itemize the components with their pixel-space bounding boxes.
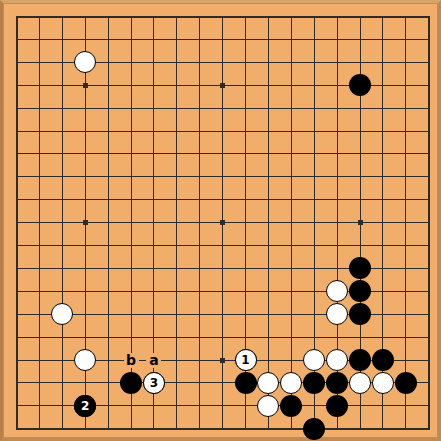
grid-line-vertical xyxy=(268,16,269,430)
white-stone xyxy=(303,349,325,371)
black-stone xyxy=(349,303,371,325)
white-stone xyxy=(74,51,96,73)
star-point xyxy=(83,83,88,88)
black-stone xyxy=(303,418,325,440)
star-point xyxy=(220,220,225,225)
move-number: 2 xyxy=(81,400,89,412)
white-stone xyxy=(372,372,394,394)
black-stone xyxy=(372,349,394,371)
move-number: 1 xyxy=(241,354,249,366)
white-stone xyxy=(349,372,371,394)
move-1-stone: 1 xyxy=(235,349,257,371)
black-stone xyxy=(303,372,325,394)
go-board: 123ba xyxy=(0,0,441,441)
black-stone xyxy=(349,349,371,371)
black-stone xyxy=(326,372,348,394)
black-stone xyxy=(280,395,302,417)
move-3-stone: 3 xyxy=(143,372,165,394)
black-stone xyxy=(395,372,417,394)
star-point xyxy=(83,220,88,225)
white-stone xyxy=(326,303,348,325)
black-stone xyxy=(120,372,142,394)
black-stone xyxy=(349,257,371,279)
black-stone xyxy=(326,395,348,417)
move-number: 3 xyxy=(150,377,158,389)
label-a: a xyxy=(146,353,161,368)
grid-line-horizontal xyxy=(16,337,430,338)
white-stone xyxy=(280,372,302,394)
white-stone xyxy=(326,280,348,302)
move-2-stone: 2 xyxy=(74,395,96,417)
letter-label: a xyxy=(149,352,158,368)
black-stone xyxy=(349,74,371,96)
black-stone xyxy=(235,372,257,394)
grid-line-horizontal xyxy=(16,245,430,246)
black-stone xyxy=(349,280,371,302)
white-stone xyxy=(257,395,279,417)
grid-line-vertical xyxy=(428,16,430,430)
white-stone xyxy=(257,372,279,394)
star-point xyxy=(220,83,225,88)
star-point xyxy=(358,220,363,225)
label-b: b xyxy=(124,353,139,368)
white-stone xyxy=(51,303,73,325)
white-stone xyxy=(326,349,348,371)
letter-label: b xyxy=(126,352,136,368)
grid-line-vertical xyxy=(405,16,406,430)
white-stone xyxy=(74,349,96,371)
grid-line-vertical xyxy=(291,16,292,430)
star-point xyxy=(220,358,225,363)
grid-line-horizontal xyxy=(16,428,430,430)
